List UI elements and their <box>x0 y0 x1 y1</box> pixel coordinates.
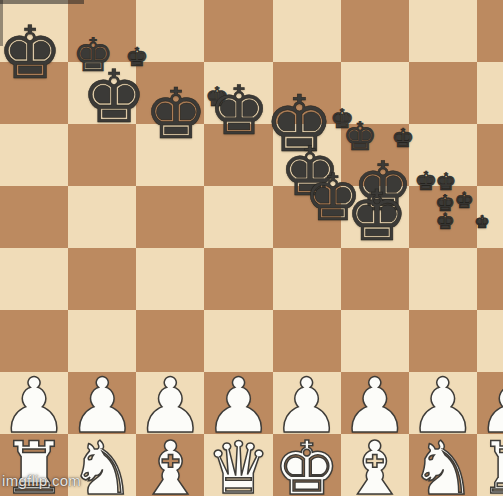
square-d2[interactable]: ♟ <box>204 372 272 434</box>
white-knight[interactable]: ♞ <box>410 431 476 496</box>
square-a4[interactable] <box>0 248 68 310</box>
square-g1[interactable]: ♞ <box>409 434 477 496</box>
square-g7[interactable] <box>409 62 477 124</box>
black-king[interactable]: ♚ <box>81 60 146 133</box>
square-d4[interactable] <box>204 248 272 310</box>
black-king[interactable]: ♚ <box>454 190 474 212</box>
square-c5[interactable] <box>136 186 204 248</box>
white-king[interactable]: ♚ <box>273 431 339 496</box>
square-d1[interactable]: ♛ <box>204 434 272 496</box>
imgflip-watermark: imgflip.com <box>2 472 81 489</box>
black-king[interactable]: ♚ <box>209 77 270 145</box>
square-h4[interactable] <box>477 248 503 310</box>
square-e8[interactable] <box>273 0 341 62</box>
square-h6[interactable] <box>477 124 503 186</box>
square-h8[interactable] <box>477 0 503 62</box>
black-king[interactable]: ♚ <box>474 213 490 231</box>
square-e1[interactable]: ♚ <box>273 434 341 496</box>
square-a6[interactable] <box>0 124 68 186</box>
square-e4[interactable] <box>273 248 341 310</box>
square-f4[interactable] <box>341 248 409 310</box>
black-king[interactable]: ♚ <box>346 181 409 251</box>
top-edge-artifact <box>0 0 84 4</box>
square-c1[interactable]: ♝ <box>136 434 204 496</box>
white-queen[interactable]: ♛ <box>206 432 271 496</box>
square-h7[interactable] <box>477 62 503 124</box>
square-b5[interactable] <box>68 186 136 248</box>
square-d5[interactable] <box>204 186 272 248</box>
square-h1[interactable]: ♜ <box>477 434 503 496</box>
black-king[interactable]: ♚ <box>145 79 208 149</box>
chess-board[interactable]: ♟♟♟♟♟♟♟♟♜♞♝♛♚♝♞♜ imgflip.com ♚♚♚♚♚♚♚♚♚♚♚… <box>0 0 503 496</box>
square-g4[interactable] <box>409 248 477 310</box>
square-a5[interactable] <box>0 186 68 248</box>
square-b4[interactable] <box>68 248 136 310</box>
white-bishop[interactable]: ♝ <box>137 431 203 496</box>
black-king[interactable]: ♚ <box>435 211 455 233</box>
square-f8[interactable] <box>341 0 409 62</box>
square-h2[interactable]: ♟ <box>477 372 503 434</box>
black-king[interactable]: ♚ <box>0 16 63 89</box>
square-f1[interactable]: ♝ <box>341 434 409 496</box>
square-g8[interactable] <box>409 0 477 62</box>
white-bishop[interactable]: ♝ <box>342 431 408 496</box>
square-c4[interactable] <box>136 248 204 310</box>
square-a2[interactable]: ♟ <box>0 372 68 434</box>
white-rook[interactable]: ♜ <box>479 432 503 496</box>
square-d8[interactable] <box>204 0 272 62</box>
